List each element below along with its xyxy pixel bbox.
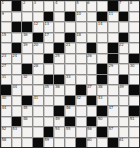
cell-r11c1[interactable]: 44 (1, 106, 11, 116)
cell-r11c4[interactable] (33, 106, 43, 116)
cell-r3c7[interactable] (65, 22, 75, 32)
cell-r1c7[interactable] (65, 1, 75, 11)
clue-number: 21 (66, 43, 71, 47)
cell-r4c13[interactable] (129, 33, 139, 43)
cell-r8c8[interactable] (76, 75, 86, 85)
clue-number: 32 (23, 75, 28, 79)
clue-number: 36 (55, 85, 60, 89)
cell-r3c9[interactable] (87, 22, 97, 32)
cell-r4c11[interactable] (108, 33, 118, 43)
cell-r1c1[interactable]: 1 (1, 1, 11, 11)
clue-number: 45 (23, 106, 28, 110)
cell-r9c2[interactable]: 34 (12, 85, 22, 95)
cell-r13c2[interactable]: 53 (12, 127, 22, 137)
clue-number: 10 (76, 12, 81, 16)
cell-r9c7[interactable] (65, 85, 75, 95)
clue-number: 11 (108, 12, 113, 16)
black-cell-r12c9 (87, 117, 97, 127)
black-cell-r1c2 (12, 1, 22, 11)
clue-number: 7 (119, 1, 121, 5)
cell-r1c3[interactable]: 2 (22, 1, 32, 11)
clue-number: 12 (34, 22, 39, 26)
cell-r14c9[interactable]: 60 (87, 138, 97, 148)
cell-r1c8[interactable]: 5 (76, 1, 86, 11)
cell-r2c1[interactable]: 9 (1, 12, 11, 22)
cell-r9c5[interactable]: 35 (44, 85, 54, 95)
clue-number: 18 (76, 33, 81, 37)
cell-r13c8[interactable] (76, 127, 86, 137)
cell-r12c6[interactable]: 49 (54, 117, 64, 127)
clue-number: 59 (44, 138, 49, 142)
clue-number: 25 (55, 54, 60, 58)
cell-r10c5[interactable] (44, 96, 54, 106)
black-cell-r12c7 (65, 117, 75, 127)
cell-r7c8[interactable] (76, 64, 86, 74)
black-cell-r9c8 (76, 85, 86, 95)
cell-r6c10[interactable] (97, 54, 107, 64)
cell-r8c9[interactable] (87, 75, 97, 85)
cell-r5c8[interactable] (76, 43, 86, 53)
black-cell-r5c11 (108, 43, 118, 53)
cell-r4c9[interactable] (87, 33, 97, 43)
cell-r3c12[interactable] (119, 22, 129, 32)
cell-r9c6[interactable]: 36 (54, 85, 64, 95)
clue-number: 19 (23, 43, 28, 47)
cell-r14c1[interactable]: 58 (1, 138, 11, 148)
cell-r1c9[interactable]: 6 (87, 1, 97, 11)
clue-number: 39 (119, 85, 124, 89)
clue-number: 35 (44, 85, 49, 89)
clue-number: 2 (23, 1, 25, 5)
cell-r6c3[interactable] (22, 54, 32, 64)
cell-r1c4[interactable]: 3 (33, 1, 43, 11)
cell-r12c11[interactable] (108, 117, 118, 127)
cell-r7c2[interactable] (12, 64, 22, 74)
crossword-board: 1234567891011121314151617181920212223242… (0, 0, 140, 148)
cell-r6c9[interactable]: 26 (87, 54, 97, 64)
cell-r7c12[interactable] (119, 64, 129, 74)
cell-r13c3[interactable] (22, 127, 32, 137)
clue-number: 38 (98, 85, 103, 89)
black-cell-r13c10 (97, 127, 107, 137)
cell-r2c2[interactable] (12, 12, 22, 22)
cell-r4c5[interactable]: 17 (44, 33, 54, 43)
black-cell-r4c7 (65, 33, 75, 43)
cell-r2c9[interactable] (87, 12, 97, 22)
cell-r13c9[interactable]: 56 (87, 127, 97, 137)
black-cell-r8c6 (54, 75, 64, 85)
cell-r7c11[interactable]: 29 (108, 64, 118, 74)
cell-r14c5[interactable]: 59 (44, 138, 54, 148)
cell-r7c1[interactable]: 27 (1, 64, 11, 74)
black-cell-r10c3 (22, 96, 32, 106)
cell-r10c2[interactable] (12, 96, 22, 106)
cell-r10c12[interactable] (119, 96, 129, 106)
cell-r7c6[interactable] (54, 64, 64, 74)
black-cell-r8c10 (97, 75, 107, 85)
cell-r4c3[interactable]: 16 (22, 33, 32, 43)
cell-r2c4[interactable] (33, 12, 43, 22)
cell-r13c13[interactable] (129, 127, 139, 137)
clue-number: 56 (87, 127, 92, 131)
black-cell-r9c1 (1, 85, 11, 95)
cell-r13c4[interactable] (33, 127, 43, 137)
cell-r7c9[interactable] (87, 64, 97, 74)
clue-number: 16 (23, 33, 28, 37)
cell-r9c4[interactable] (33, 85, 43, 95)
clue-number: 30 (130, 64, 135, 68)
clue-number: 61 (119, 138, 124, 142)
cell-r4c6[interactable] (54, 33, 64, 43)
clue-number: 43 (98, 96, 103, 100)
black-cell-r8c5 (44, 75, 54, 85)
clue-number: 44 (2, 106, 7, 110)
clue-number: 3 (34, 1, 36, 5)
clue-number: 49 (55, 117, 60, 121)
cell-r14c7[interactable] (65, 138, 75, 148)
cell-r6c8[interactable] (76, 54, 86, 64)
cell-r10c1[interactable]: 40 (1, 96, 11, 106)
cell-r1c13[interactable]: 8 (129, 1, 139, 11)
cell-r2c3[interactable] (22, 12, 32, 22)
clue-number: 17 (44, 33, 49, 37)
clue-number: 58 (2, 138, 7, 142)
cell-r11c8[interactable] (76, 106, 86, 116)
clue-number: 53 (12, 127, 17, 131)
black-cell-r3c3 (22, 22, 32, 32)
cell-r10c6[interactable] (54, 96, 64, 106)
black-cell-r2c7 (65, 12, 75, 22)
cell-r3c4[interactable]: 12 (33, 22, 43, 32)
cell-r3c1[interactable] (1, 22, 11, 32)
black-cell-r11c10 (97, 106, 107, 116)
clue-number: 27 (2, 64, 7, 68)
clue-number: 34 (12, 85, 17, 89)
clue-number: 46 (66, 106, 71, 110)
cell-r4c1[interactable]: 15 (1, 33, 11, 43)
cell-r7c7[interactable] (65, 64, 75, 74)
black-cell-r1c11 (108, 1, 118, 11)
cell-r12c3[interactable]: 48 (22, 117, 32, 127)
cell-r12c4[interactable] (33, 117, 43, 127)
cell-r14c10[interactable] (97, 138, 107, 148)
cell-r8c1[interactable]: 31 (1, 75, 11, 85)
cell-r9c9[interactable]: 37 (87, 85, 97, 95)
clue-number: 37 (87, 85, 92, 89)
cell-r1c5[interactable] (44, 1, 54, 11)
black-cell-r2c5 (44, 12, 54, 22)
cell-r5c5[interactable] (44, 43, 54, 53)
cell-r8c2[interactable] (12, 75, 22, 85)
black-cell-r6c11 (108, 54, 118, 64)
cell-r14c12[interactable]: 61 (119, 138, 129, 148)
clue-number: 31 (2, 75, 7, 79)
clue-number: 52 (2, 127, 7, 131)
cell-r14c13[interactable] (129, 138, 139, 148)
clue-number: 28 (34, 64, 39, 68)
cell-r12c5[interactable] (44, 117, 54, 127)
black-cell-r7c3 (22, 64, 32, 74)
black-cell-r10c9 (87, 96, 97, 106)
black-cell-r7c10 (97, 64, 107, 74)
black-cell-r5c6 (54, 43, 64, 53)
cell-r10c11[interactable] (108, 96, 118, 106)
cell-r5c3[interactable]: 19 (22, 43, 32, 53)
cell-r7c13[interactable]: 30 (129, 64, 139, 74)
cell-r12c10[interactable]: 50 (97, 117, 107, 127)
cell-r1c10[interactable] (97, 1, 107, 11)
cell-r3c11[interactable] (108, 22, 118, 32)
black-cell-r6c5 (44, 54, 54, 64)
cell-r5c4[interactable]: 20 (33, 43, 43, 53)
cell-r6c6[interactable]: 25 (54, 54, 64, 64)
black-cell-r12c2 (12, 117, 22, 127)
clue-number: 60 (87, 138, 92, 142)
cell-r1c12[interactable]: 7 (119, 1, 129, 11)
cell-r3c6[interactable] (54, 22, 64, 32)
cell-r2c8[interactable]: 10 (76, 12, 86, 22)
cell-r11c2[interactable] (12, 106, 22, 116)
clue-number: 22 (119, 43, 124, 47)
black-cell-r10c7 (65, 96, 75, 106)
clue-number: 6 (87, 1, 89, 5)
cell-r3c10[interactable]: 14 (97, 22, 107, 32)
black-cell-r9c13 (129, 85, 139, 95)
cell-r14c3[interactable] (22, 138, 32, 148)
black-cell-r5c9 (87, 43, 97, 53)
cell-r8c7[interactable]: 33 (65, 75, 75, 85)
cell-r12c12[interactable] (119, 117, 129, 127)
black-cell-r13c5 (44, 127, 54, 137)
clue-number: 26 (87, 54, 92, 58)
cell-r6c12[interactable] (119, 54, 129, 64)
cell-r6c4[interactable] (33, 54, 43, 64)
clue-number: 50 (98, 117, 103, 121)
cell-r8c3[interactable]: 32 (22, 75, 32, 85)
cell-r3c8[interactable] (76, 22, 86, 32)
cell-r6c1[interactable]: 23 (1, 54, 11, 64)
clue-number: 40 (2, 96, 7, 100)
black-cell-r14c8 (76, 138, 86, 148)
cell-r13c11[interactable]: 57 (108, 127, 118, 137)
cell-r2c11[interactable]: 11 (108, 12, 118, 22)
cell-r4c8[interactable]: 18 (76, 33, 86, 43)
black-cell-r8c12 (119, 75, 129, 85)
cell-r11c9[interactable] (87, 106, 97, 116)
cell-r6c2[interactable]: 24 (12, 54, 22, 64)
black-cell-r3c2 (12, 22, 22, 32)
clue-number: 8 (130, 1, 132, 5)
cell-r5c1[interactable] (1, 43, 11, 53)
clue-number: 15 (2, 33, 7, 37)
clue-number: 54 (55, 127, 60, 131)
clue-number: 41 (34, 96, 39, 100)
cell-r9c3[interactable] (22, 85, 32, 95)
black-cell-r6c13 (129, 54, 139, 64)
cell-r11c5[interactable] (44, 106, 54, 116)
cell-r5c12[interactable]: 22 (119, 43, 129, 53)
black-cell-r11c13 (129, 106, 139, 116)
clue-number: 14 (98, 22, 103, 26)
cell-r11c7[interactable]: 46 (65, 106, 75, 116)
cell-r2c13[interactable] (129, 12, 139, 22)
cell-r9c11[interactable] (108, 85, 118, 95)
clue-number: 29 (108, 64, 113, 68)
black-cell-r4c12 (119, 33, 129, 43)
cell-r2c6[interactable] (54, 12, 64, 22)
clue-number: 48 (23, 117, 28, 121)
cell-r13c12[interactable] (119, 127, 129, 137)
cell-r11c12[interactable] (119, 106, 129, 116)
clue-number: 1 (2, 1, 4, 5)
clue-number: 51 (130, 117, 135, 121)
cell-r13c1[interactable]: 52 (1, 127, 11, 137)
cell-r13c6[interactable]: 54 (54, 127, 64, 137)
black-cell-r11c6 (54, 106, 64, 116)
cell-r12c1[interactable] (1, 117, 11, 127)
cell-r11c3[interactable]: 45 (22, 106, 32, 116)
black-cell-r2c10 (97, 12, 107, 22)
cell-r10c8[interactable]: 42 (76, 96, 86, 106)
clue-number: 42 (76, 96, 81, 100)
clue-number: 5 (76, 1, 78, 5)
cell-r12c8[interactable] (76, 117, 86, 127)
black-cell-r4c4 (33, 33, 43, 43)
cell-r8c4[interactable] (33, 75, 43, 85)
clue-number: 47 (108, 106, 113, 110)
cell-r1c6[interactable]: 4 (54, 1, 64, 11)
cell-r14c2[interactable] (12, 138, 22, 148)
cell-r4c2[interactable] (12, 33, 22, 43)
clue-number: 33 (66, 75, 71, 79)
cell-r10c4[interactable]: 41 (33, 96, 43, 106)
black-cell-r2c12 (119, 12, 129, 22)
clue-number: 23 (2, 54, 7, 58)
clue-number: 13 (44, 22, 49, 26)
clue-number: 9 (2, 12, 4, 16)
cell-r14c6[interactable] (54, 138, 64, 148)
cell-r7c4[interactable]: 28 (33, 64, 43, 74)
clue-number: 57 (108, 127, 113, 131)
cell-r8c13[interactable] (129, 75, 139, 85)
cell-r13c7[interactable]: 55 (65, 127, 75, 137)
clue-number: 20 (34, 43, 39, 47)
cell-r10c13[interactable] (129, 96, 139, 106)
clue-number: 4 (55, 1, 57, 5)
cell-r3c5[interactable]: 13 (44, 22, 54, 32)
cell-r9c12[interactable]: 39 (119, 85, 129, 95)
clue-number: 55 (66, 127, 71, 131)
cell-r12c13[interactable]: 51 (129, 117, 139, 127)
cell-r5c7[interactable]: 21 (65, 43, 75, 53)
clue-number: 24 (12, 54, 17, 58)
cell-r11c11[interactable]: 47 (108, 106, 118, 116)
cell-r5c10[interactable] (97, 43, 107, 53)
cell-r5c13[interactable] (129, 43, 139, 53)
cell-r6c7[interactable] (65, 54, 75, 64)
cell-r4c10[interactable] (97, 33, 107, 43)
cell-r10c10[interactable]: 43 (97, 96, 107, 106)
cell-r9c10[interactable]: 38 (97, 85, 107, 95)
black-cell-r14c4 (33, 138, 43, 148)
cell-r3c13[interactable] (129, 22, 139, 32)
black-cell-r14c11 (108, 138, 118, 148)
cell-r8c11[interactable] (108, 75, 118, 85)
black-cell-r5c2 (12, 43, 22, 53)
cell-r7c5[interactable] (44, 64, 54, 74)
